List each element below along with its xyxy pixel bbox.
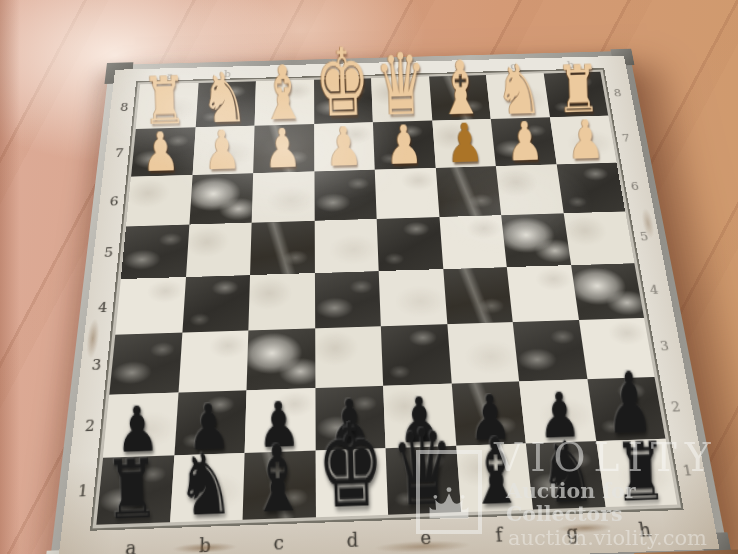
coord-label: e [389,522,464,552]
square-g1[interactable]: ♞ [526,441,605,510]
coord-label: 3 [82,335,112,395]
square-d5[interactable] [314,219,378,273]
square-h1[interactable]: ♜ [596,438,677,507]
square-h4[interactable] [571,263,644,320]
coord-label: 5 [629,211,660,264]
square-c4[interactable] [248,273,314,331]
square-a1[interactable]: ♜ [96,455,174,525]
square-d7[interactable]: ♟ [314,122,375,171]
square-a4[interactable] [115,277,185,335]
square-c7[interactable]: ♟ [253,124,314,173]
square-e7[interactable]: ♟ [373,121,435,169]
coord-label: 6 [101,177,128,228]
square-f3[interactable] [447,322,519,383]
coord-label: 7 [106,129,132,177]
board-grid: ♜♞♝♚♛♝♞♜♟♟♟♟♟♟♟♟♟♟♟♟♟♟♟♟♜♞♝♚♛♝♞♜ [96,72,677,525]
chess-board: abcdefgh abcdefgh 87654321 87654321 ♜♞♝♚… [48,51,729,554]
coord-label: 1 [67,458,99,526]
square-b3[interactable] [178,331,248,392]
coord-label: b [167,530,242,554]
coord-label: 8 [604,71,632,116]
black-rook-h1[interactable]: ♜ [613,438,668,506]
board-border: abcdefgh abcdefgh 87654321 87654321 ♜♞♝♚… [57,56,720,554]
coord-label: 3 [648,317,681,376]
square-f5[interactable] [439,215,507,269]
square-b7[interactable]: ♟ [192,126,254,175]
square-c5[interactable] [250,221,314,275]
white-king-d8[interactable]: ♚ [314,45,371,123]
white-bishop-c8[interactable]: ♝ [259,63,307,125]
square-h7[interactable]: ♟ [550,116,617,164]
square-a3[interactable] [109,333,182,395]
coord-label: 4 [88,279,116,336]
square-a6[interactable] [126,175,192,227]
square-g3[interactable] [513,320,587,381]
square-b6[interactable] [189,173,253,225]
square-c1[interactable]: ♝ [243,450,316,519]
square-b5[interactable] [186,222,252,277]
square-f4[interactable] [443,267,513,324]
square-f1[interactable]: ♝ [456,443,533,512]
coord-label: 4 [638,262,670,318]
square-e1[interactable]: ♛ [386,446,461,515]
square-c3[interactable] [247,329,315,390]
square-g5[interactable] [501,213,570,267]
metal-frame: abcdefgh abcdefgh 87654321 87654321 ♜♞♝♚… [48,51,729,554]
white-pawn-g7[interactable]: ♟ [506,120,544,165]
black-knight-g1[interactable]: ♞ [538,437,597,508]
coord-label: g [534,517,610,547]
coord-label: c [241,527,315,554]
square-e6[interactable] [375,168,439,219]
coord-label: 7 [612,115,641,162]
square-f6[interactable] [435,166,501,217]
white-pawn-a7[interactable]: ♟ [142,130,181,175]
black-bishop-c1[interactable]: ♝ [248,441,307,518]
coord-label: a [93,533,169,554]
white-pawn-f7[interactable]: ♟ [446,121,484,166]
white-pawn-c7[interactable]: ♟ [264,126,303,171]
white-pawn-b7[interactable]: ♟ [203,128,242,173]
coord-label: f [461,520,537,550]
square-g6[interactable] [496,164,563,215]
square-b4[interactable] [182,275,250,333]
black-queen-e1[interactable]: ♛ [391,425,456,513]
square-a7[interactable]: ♟ [131,128,195,177]
square-a5[interactable] [121,224,189,279]
white-queen-e8[interactable]: ♛ [375,50,428,121]
white-pawn-h7[interactable]: ♟ [566,118,604,163]
square-d1[interactable]: ♚ [315,448,388,517]
square-b1[interactable]: ♞ [170,453,245,523]
photo-scene: abcdefgh abcdefgh 87654321 87654321 ♜♞♝♚… [0,0,738,554]
white-pawn-e7[interactable]: ♟ [385,123,423,168]
black-knight-b1[interactable]: ♞ [175,449,235,521]
black-rook-a1[interactable]: ♜ [104,455,160,523]
coord-label: d [316,525,390,554]
square-d4[interactable] [314,271,380,329]
square-d6[interactable] [314,169,377,220]
black-king-d1[interactable]: ♚ [316,419,386,516]
square-g7[interactable]: ♟ [491,117,556,165]
square-c6[interactable] [252,171,315,222]
square-e4[interactable] [379,269,447,326]
coord-label: 6 [620,162,650,212]
square-h6[interactable] [556,162,625,213]
square-e3[interactable] [381,324,451,385]
coord-label: h [607,515,684,545]
white-pawn-d7[interactable]: ♟ [324,125,362,170]
coord-label: 8 [112,85,137,130]
coord-label: 5 [95,226,122,279]
square-g4[interactable] [507,265,579,322]
square-e5[interactable] [377,217,443,271]
square-f7[interactable]: ♟ [432,119,496,167]
coord-label: 2 [74,394,105,458]
black-bishop-f1[interactable]: ♝ [466,434,525,511]
square-h5[interactable] [563,211,634,265]
square-d3[interactable] [315,326,383,387]
